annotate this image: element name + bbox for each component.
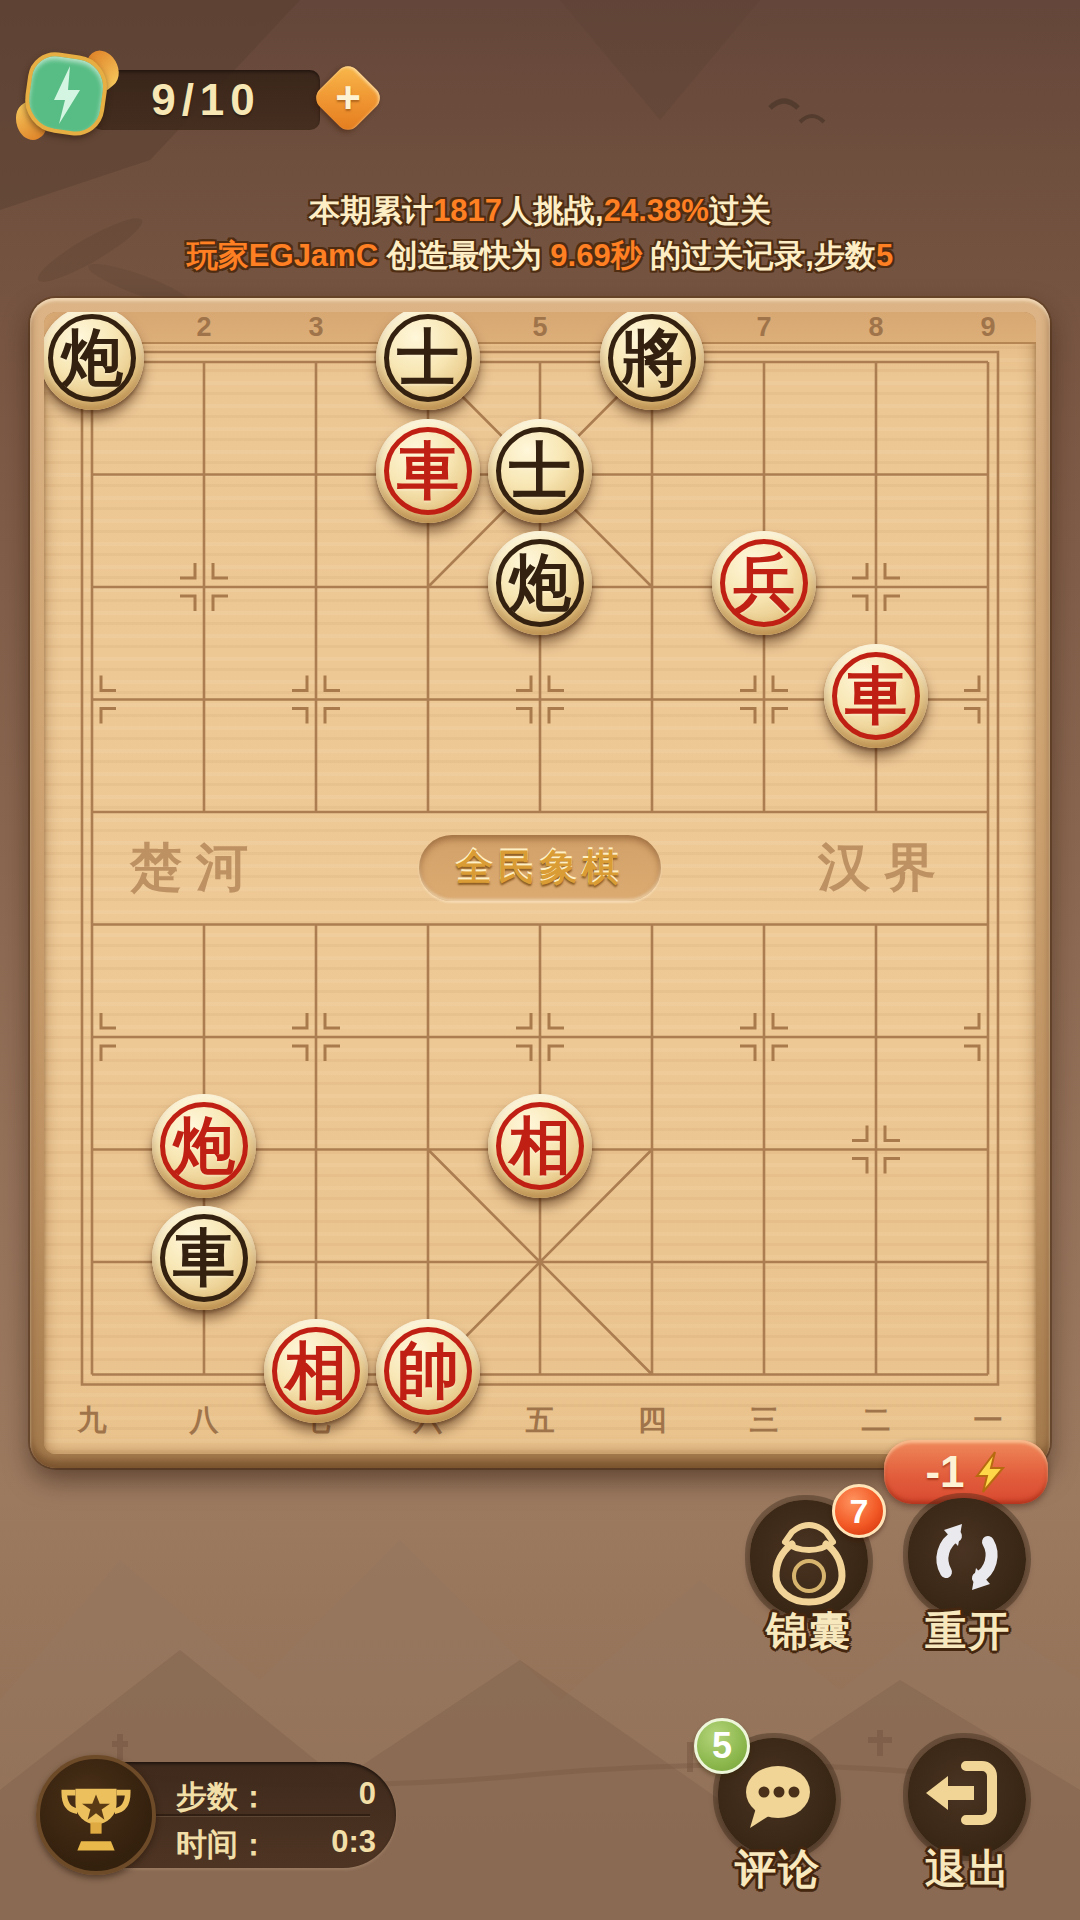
- exit-door-icon: [906, 1736, 1028, 1858]
- piece-red-general-file4-rank9[interactable]: 帥: [376, 1319, 480, 1423]
- piece-red-chariot-file4-rank1[interactable]: 車: [376, 419, 480, 523]
- file-label-top: 9: [980, 312, 995, 343]
- piece-black-cannon-file5-rank2[interactable]: 炮: [488, 531, 592, 635]
- challenge-stats-line: 本期累计1817人挑战,24.38%过关: [0, 190, 1080, 232]
- add-energy-button[interactable]: +: [318, 68, 378, 128]
- file-label-bottom: 三: [750, 1401, 779, 1441]
- restart-cost-banner: -1: [884, 1440, 1048, 1504]
- piece-red-chariot-file8-rank3[interactable]: 車: [824, 644, 928, 748]
- piece-black-chariot-file2-rank8[interactable]: 車: [152, 1206, 256, 1310]
- steps-value: 0: [359, 1776, 376, 1818]
- energy-count-pill: 9/10: [92, 70, 320, 130]
- file-label-bottom: 四: [638, 1401, 667, 1441]
- file-label-top: 8: [868, 312, 883, 343]
- exit-label: 退出: [925, 1842, 1011, 1897]
- piece-red-soldier-file7-rank2[interactable]: 兵: [712, 531, 816, 635]
- trophy-icon: [36, 1755, 156, 1875]
- comment-button[interactable]: 5: [716, 1736, 838, 1858]
- status-panel: 步数： 0 时间： 0:3: [44, 1762, 396, 1868]
- board-brand-plate: 全民象棋: [419, 835, 661, 901]
- piece-black-general-file6-rank0[interactable]: 將: [600, 312, 704, 410]
- time-label: 时间：: [176, 1824, 269, 1866]
- restart-button[interactable]: [906, 1496, 1028, 1618]
- file-label-top: 7: [756, 312, 771, 343]
- restart-label: 重开: [925, 1604, 1011, 1659]
- hint-bag-button[interactable]: 7: [748, 1498, 870, 1620]
- exit-button[interactable]: [906, 1736, 1028, 1858]
- lightning-icon: [18, 46, 114, 142]
- board-surface[interactable]: 123456789 九八七六五四三二一 楚河 汉界 全民象棋 炮士將車士炮兵車炮…: [44, 312, 1036, 1454]
- file-label-top: 2: [196, 312, 211, 343]
- steps-row: 步数： 0: [176, 1776, 376, 1818]
- river-label-han: 汉界: [818, 833, 950, 903]
- file-label-bottom: 九: [78, 1401, 107, 1441]
- game-screen: 9/10 + 本期累计1817人挑战,24.38%过关 玩家EGJamC 创造最…: [0, 0, 1080, 1920]
- energy-count-text: 9/10: [151, 75, 261, 125]
- comment-count-badge: 5: [694, 1718, 750, 1774]
- piece-black-cannon-file1-rank0[interactable]: 炮: [44, 312, 144, 410]
- hint-bag-label: 锦囊: [766, 1604, 852, 1659]
- record-stats-line: 玩家EGJamC 创造最快为 9.69秒 的过关记录,步数5: [0, 235, 1080, 277]
- piece-black-advisor-file4-rank0[interactable]: 士: [376, 312, 480, 410]
- restart-cost-text: -1: [925, 1447, 964, 1497]
- lightning-icon: [973, 1450, 1007, 1494]
- plus-icon: +: [318, 68, 378, 128]
- energy-gem-icon: [18, 46, 114, 142]
- piece-red-elephant-file3-rank9[interactable]: 相: [264, 1319, 368, 1423]
- file-label-bottom: 八: [190, 1401, 219, 1441]
- hint-count-badge: 7: [832, 1484, 886, 1538]
- file-label-bottom: 五: [526, 1401, 555, 1441]
- river-label-chu: 楚河: [130, 833, 262, 903]
- file-label-top: 3: [308, 312, 323, 343]
- piece-red-elephant-file5-rank7[interactable]: 相: [488, 1094, 592, 1198]
- file-label-bottom: 一: [974, 1401, 1003, 1441]
- piece-red-cannon-file2-rank7[interactable]: 炮: [152, 1094, 256, 1198]
- time-row: 时间： 0:3: [176, 1824, 376, 1866]
- file-label-bottom: 二: [862, 1401, 891, 1441]
- restart-arrows-icon: [906, 1496, 1028, 1618]
- time-value: 0:3: [331, 1824, 376, 1866]
- comment-label: 评论: [735, 1842, 821, 1897]
- steps-label: 步数：: [176, 1776, 269, 1818]
- xiangqi-board-frame: 123456789 九八七六五四三二一 楚河 汉界 全民象棋 炮士將車士炮兵車炮…: [30, 298, 1050, 1468]
- file-label-top: 5: [532, 312, 547, 343]
- piece-black-advisor-file5-rank1[interactable]: 士: [488, 419, 592, 523]
